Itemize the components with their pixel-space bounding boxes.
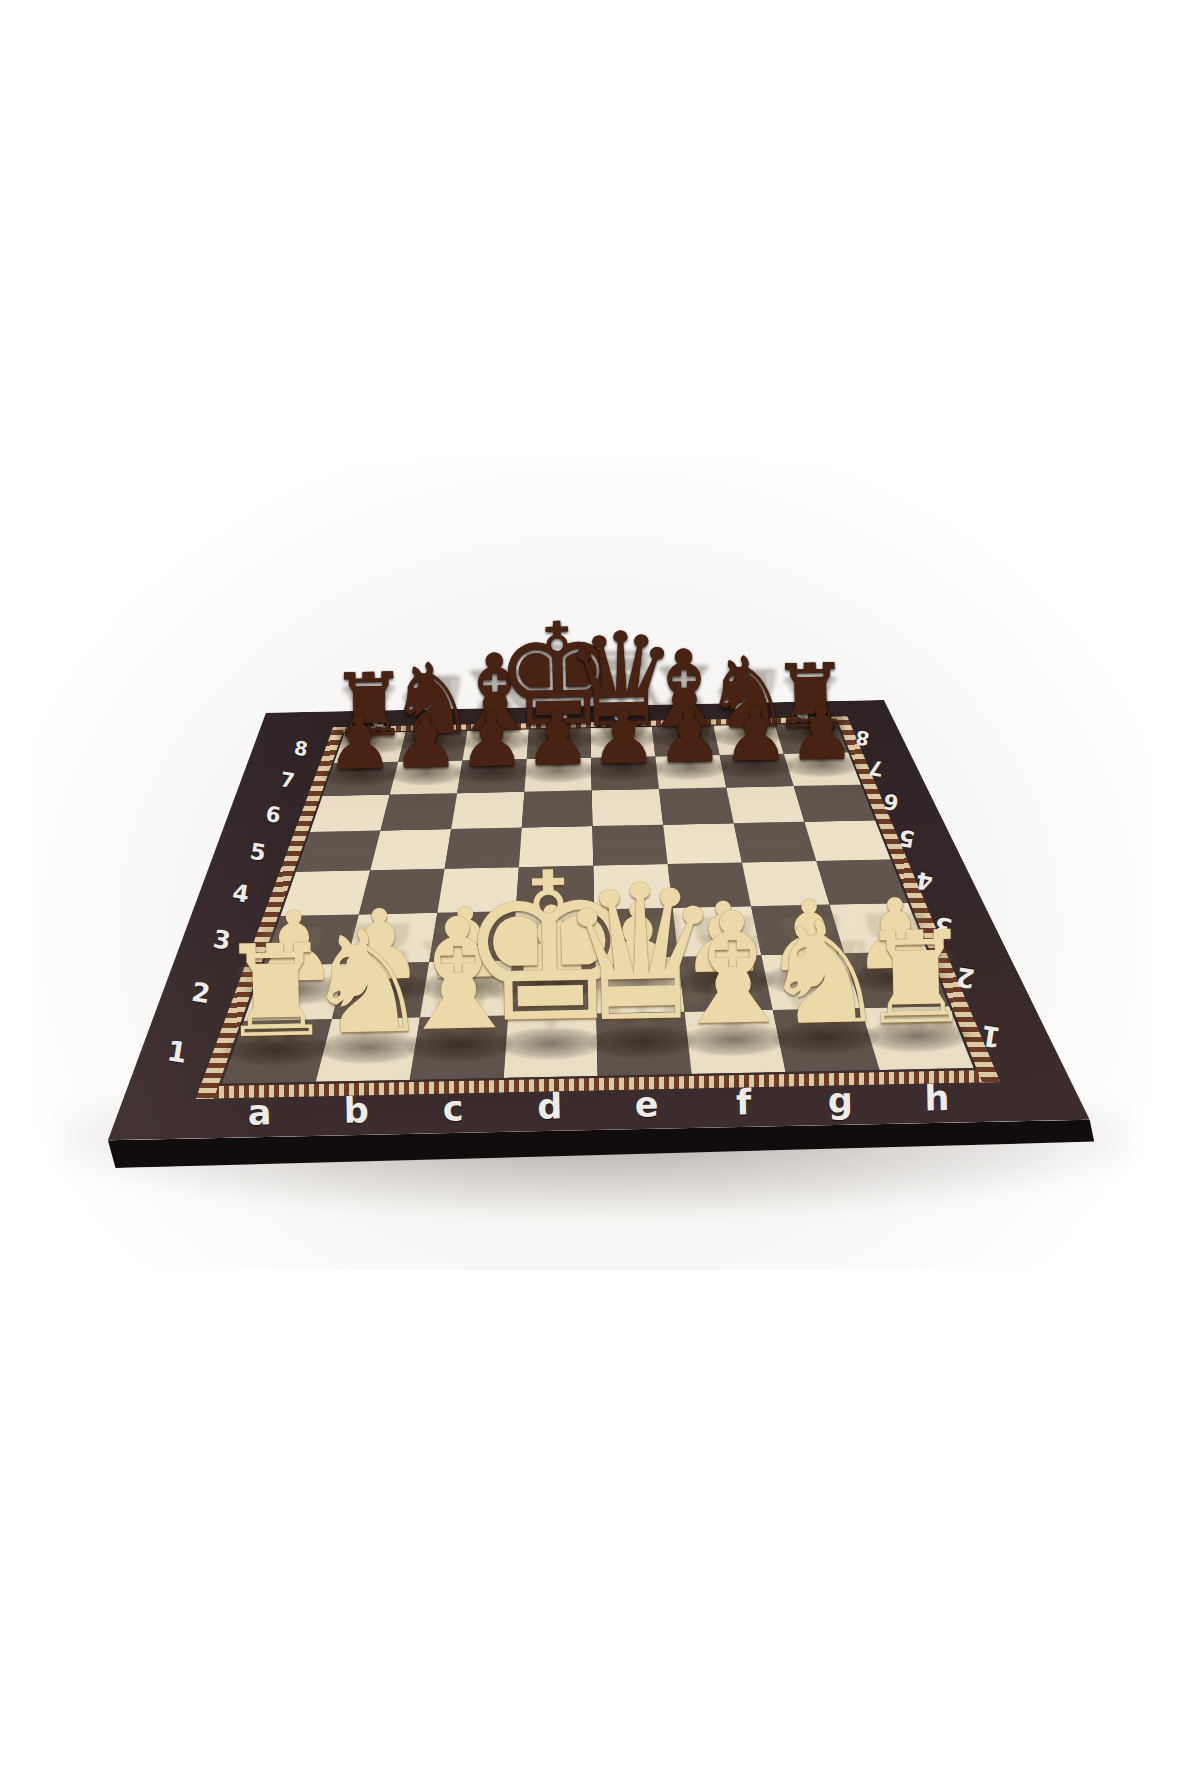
file-label-bottom-e: e bbox=[634, 1087, 658, 1122]
rank-label-right-7: 7 bbox=[868, 757, 885, 779]
file-label-bottom-a: a bbox=[247, 1095, 271, 1130]
rank-label-right-5: 5 bbox=[897, 827, 916, 852]
piece-black-pawn-a7[interactable]: ♟ bbox=[326, 706, 394, 782]
piece-black-pawn-d7[interactable]: ♟ bbox=[523, 702, 591, 778]
piece-black-pawn-f7[interactable]: ♟ bbox=[655, 699, 723, 775]
chessboard: aabbccddeeffgghh1122334455667788♜♜♞♞♝♝♚♚… bbox=[0, 0, 1180, 1770]
piece-black-pawn-c7[interactable]: ♟ bbox=[458, 703, 526, 779]
rank-label-left-5: 5 bbox=[249, 840, 268, 865]
piece-black-pawn-h7[interactable]: ♟ bbox=[787, 696, 855, 772]
file-label-bottom-b: b bbox=[343, 1093, 369, 1129]
rank-label-left-1: 1 bbox=[165, 1037, 189, 1068]
file-label-bottom-d: d bbox=[537, 1089, 563, 1125]
file-label-bottom-g: g bbox=[827, 1083, 853, 1119]
rank-label-right-6: 6 bbox=[882, 790, 900, 813]
rank-label-left-2: 2 bbox=[190, 979, 212, 1008]
file-label-bottom-c: c bbox=[442, 1091, 463, 1126]
rank-label-left-8: 8 bbox=[292, 738, 308, 759]
file-label-bottom-h: h bbox=[924, 1081, 950, 1117]
piece-black-pawn-e7[interactable]: ♟ bbox=[589, 700, 657, 776]
piece-white-rook-h1[interactable]: ♜ bbox=[858, 914, 974, 1043]
rank-label-right-1: 1 bbox=[979, 1020, 1003, 1051]
piece-black-pawn-g7[interactable]: ♟ bbox=[721, 698, 789, 774]
piece-black-pawn-b7[interactable]: ♟ bbox=[392, 705, 460, 781]
file-label-bottom-f: f bbox=[736, 1085, 752, 1120]
product-photo: aabbccddeeffgghh1122334455667788♜♜♞♞♝♝♚♚… bbox=[0, 0, 1180, 1770]
